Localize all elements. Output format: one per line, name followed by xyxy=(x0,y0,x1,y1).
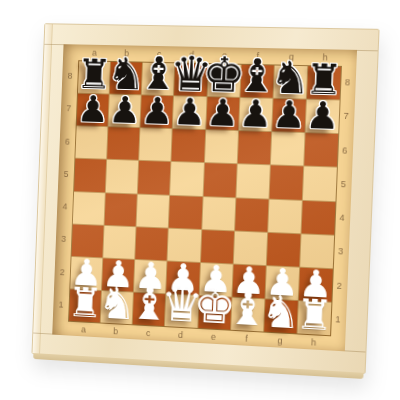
frame-left-edge xyxy=(32,24,52,353)
white-rook-h1[interactable]: ♜ xyxy=(295,295,334,336)
square-d4[interactable] xyxy=(169,195,202,228)
square-d7[interactable]: ♟ xyxy=(173,96,206,129)
square-h4[interactable] xyxy=(301,200,335,234)
wooden-frame: abcdefgh abcdefgh 87654321 87654321 ♜♞♝♛… xyxy=(31,23,379,374)
square-e6[interactable] xyxy=(204,130,237,163)
square-c7[interactable]: ♟ xyxy=(141,96,174,129)
square-a7[interactable]: ♟ xyxy=(77,94,109,127)
black-pawn-b7[interactable]: ♟ xyxy=(108,93,142,129)
square-h7[interactable]: ♟ xyxy=(305,100,339,134)
chess-grid: ♜♞♝♛♚♝♞♜♟♟♟♟♟♟♟♟♟♟♟♟♟♟♟♟♜♞♝♛♚♝♞♜ xyxy=(68,60,342,336)
rank-label-6-left: 6 xyxy=(60,125,75,158)
square-b7[interactable]: ♟ xyxy=(109,95,141,128)
black-pawn-c7[interactable]: ♟ xyxy=(140,93,174,129)
square-e4[interactable] xyxy=(202,197,235,230)
square-f7[interactable]: ♟ xyxy=(239,98,273,131)
rank-label-7-left: 7 xyxy=(61,93,76,126)
square-a6[interactable] xyxy=(75,126,107,159)
frame-joint-bottom-right xyxy=(345,350,366,352)
square-e7[interactable]: ♟ xyxy=(206,97,239,130)
square-h6[interactable] xyxy=(304,133,338,167)
square-b4[interactable] xyxy=(105,193,137,226)
board-surface: abcdefgh abcdefgh 87654321 87654321 ♜♞♝♛… xyxy=(52,44,357,351)
square-a4[interactable] xyxy=(73,192,105,225)
square-a1[interactable]: ♜ xyxy=(69,289,101,322)
black-pawn-h7[interactable]: ♟ xyxy=(305,98,340,135)
black-pawn-e7[interactable]: ♟ xyxy=(205,95,239,131)
square-g4[interactable] xyxy=(268,199,302,233)
black-pawn-g7[interactable]: ♟ xyxy=(271,97,306,133)
demonstration-chessboard: abcdefgh abcdefgh 87654321 87654321 ♜♞♝♛… xyxy=(31,23,379,374)
black-pawn-f7[interactable]: ♟ xyxy=(238,96,273,132)
square-g6[interactable] xyxy=(271,132,305,166)
square-c6[interactable] xyxy=(139,128,172,161)
square-g7[interactable]: ♟ xyxy=(272,99,306,132)
square-h5[interactable] xyxy=(303,167,337,201)
square-b5[interactable] xyxy=(106,160,138,193)
rank-label-4-right: 4 xyxy=(334,201,350,235)
rank-label-5-left: 5 xyxy=(59,158,74,191)
rank-label-6-right: 6 xyxy=(337,134,353,168)
frame-joint-top-right xyxy=(357,50,378,51)
square-c4[interactable] xyxy=(137,194,170,227)
square-d5[interactable] xyxy=(170,162,203,195)
square-h1[interactable]: ♜ xyxy=(297,301,331,335)
square-g1[interactable]: ♞ xyxy=(264,299,298,333)
rank-label-4-left: 4 xyxy=(58,191,73,224)
square-f6[interactable] xyxy=(237,131,271,164)
square-b6[interactable] xyxy=(107,127,139,160)
rank-label-5-right: 5 xyxy=(336,167,352,201)
square-f5[interactable] xyxy=(236,165,270,198)
square-f1[interactable]: ♝ xyxy=(231,298,264,332)
square-d6[interactable] xyxy=(172,129,205,162)
rank-label-7-right: 7 xyxy=(338,100,354,134)
black-pawn-d7[interactable]: ♟ xyxy=(173,94,207,130)
black-pawn-a7[interactable]: ♟ xyxy=(76,92,109,128)
square-c5[interactable] xyxy=(138,161,171,194)
square-g5[interactable] xyxy=(269,166,303,200)
square-a5[interactable] xyxy=(74,159,106,192)
rank-label-3-left: 3 xyxy=(56,223,71,256)
square-f4[interactable] xyxy=(235,198,268,232)
square-e5[interactable] xyxy=(203,163,236,196)
rank-label-3-right: 3 xyxy=(333,235,349,269)
